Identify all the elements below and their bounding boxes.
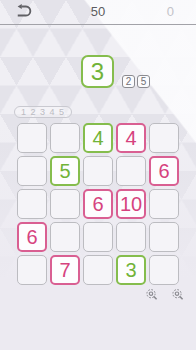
- grid-cell-r1c3[interactable]: 4: [83, 123, 113, 153]
- grid-cell-r5c5[interactable]: [149, 255, 179, 285]
- grid-cell-r4c1[interactable]: 6: [17, 222, 47, 252]
- queue-tile-2: 5: [137, 75, 150, 88]
- hint-buttons: [145, 289, 185, 303]
- grid-cell-r3c2[interactable]: [50, 189, 80, 219]
- grid-cell-r5c2[interactable]: 7: [50, 255, 80, 285]
- tile-queue: 2 5: [122, 75, 150, 88]
- undo-back-arrow-icon: [16, 4, 32, 21]
- grid-cell-r2c1[interactable]: [17, 156, 47, 186]
- grid-cell-r3c5[interactable]: [149, 189, 179, 219]
- grid-cell-r1c5[interactable]: [149, 123, 179, 153]
- grid-cell-r3c1[interactable]: [17, 189, 47, 219]
- grid-cell-r3c4[interactable]: 10: [116, 189, 146, 219]
- score-value: 50: [91, 0, 105, 24]
- current-tile-value: 3: [91, 58, 104, 86]
- grid-cell-r5c4[interactable]: 3: [116, 255, 146, 285]
- queue-tile-1-value: 2: [126, 76, 132, 87]
- grid-cell-r2c2[interactable]: 5: [50, 156, 80, 186]
- top-bar: 50 0: [0, 0, 196, 25]
- grid-cell-r5c1[interactable]: [17, 255, 47, 285]
- grid-cell-r4c2[interactable]: [50, 222, 80, 252]
- sequence-pill: 1 2 3 4 5: [14, 106, 72, 118]
- grid-cell-r3c3[interactable]: 6: [83, 189, 113, 219]
- grid-cell-r5c3[interactable]: [83, 255, 113, 285]
- current-tile[interactable]: 3: [81, 55, 114, 88]
- magnifier-icon: [145, 288, 159, 305]
- grid-cell-r1c1[interactable]: [17, 123, 47, 153]
- grid-cell-r4c3[interactable]: [83, 222, 113, 252]
- grid-cell-r2c5[interactable]: 6: [149, 156, 179, 186]
- counter-right: 0: [167, 0, 174, 24]
- grid-cell-r4c5[interactable]: [149, 222, 179, 252]
- grid-cell-r2c3[interactable]: [83, 156, 113, 186]
- grid-cell-r1c4[interactable]: 4: [116, 123, 146, 153]
- magnifier-icon: [171, 288, 185, 305]
- queue-tile-1: 2: [122, 75, 135, 88]
- magnifier-hint-button-2[interactable]: [171, 289, 185, 303]
- grid-cell-r1c2[interactable]: [50, 123, 80, 153]
- back-button[interactable]: [13, 3, 35, 21]
- board-grid: 4456610673: [17, 123, 179, 285]
- grid-cell-r4c4[interactable]: [116, 222, 146, 252]
- grid-cell-r2c4[interactable]: [116, 156, 146, 186]
- magnifier-hint-button-1[interactable]: [145, 289, 159, 303]
- queue-tile-2-value: 5: [141, 76, 147, 87]
- app-screen: 50 0 3 2 5 1 2 3 4 5 4456610673: [0, 0, 196, 350]
